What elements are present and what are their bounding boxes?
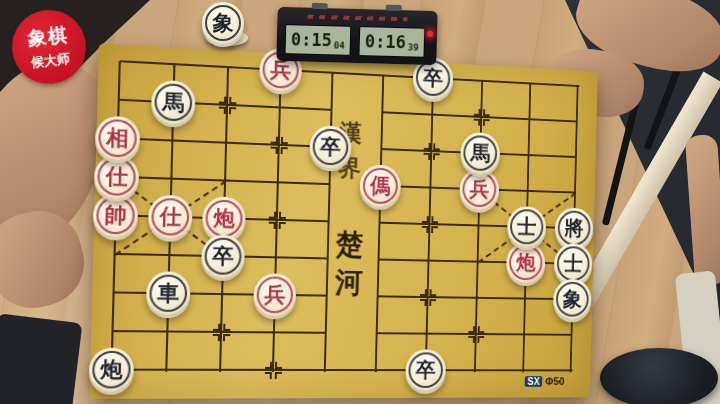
position-marker [269, 211, 287, 229]
chess-clock[interactable]: 0:15 04 0:16 39 [276, 7, 437, 65]
piece-仕[interactable]: 仕 [94, 154, 140, 199]
piece-炮[interactable]: 炮 [88, 348, 134, 392]
position-marker [468, 326, 484, 343]
board[interactable]: 漢界 楚河 SX Φ50 帥仕仕相炮炮傌兵兵兵將士士象馬馬車炮卒卒卒卒 [89, 43, 597, 399]
position-marker [474, 109, 490, 126]
player-left-lap [0, 313, 82, 404]
logo-line1: 象棋 [27, 22, 69, 52]
clock-right-frac: 39 [408, 42, 419, 52]
clock-display-left: 0:15 04 [285, 24, 352, 56]
position-marker [423, 143, 440, 160]
position-marker [213, 324, 231, 342]
logo-line2: 候大师 [30, 50, 71, 72]
board-brand-badge: SX [525, 376, 543, 387]
piece-兵[interactable]: 兵 [253, 273, 296, 316]
position-marker [265, 362, 283, 379]
board-size-text: Φ50 [545, 375, 565, 387]
position-marker [219, 96, 237, 114]
board-size-label: SX Φ50 [525, 375, 565, 387]
piece-帥[interactable]: 帥 [93, 193, 139, 238]
clock-active-led [427, 31, 433, 37]
piece-卒[interactable]: 卒 [405, 349, 446, 391]
piece-炮[interactable]: 炮 [506, 242, 546, 284]
position-marker [420, 289, 437, 306]
clock-left-time: 0:15 [291, 29, 332, 50]
clock-left-frac: 04 [334, 40, 345, 50]
position-marker [422, 216, 439, 233]
piece-士[interactable]: 士 [507, 206, 547, 248]
clock-button-left[interactable] [312, 3, 328, 9]
piece-馬[interactable]: 馬 [460, 132, 500, 175]
clock-button-right[interactable] [386, 5, 402, 11]
captured-piece-象: 象 [202, 2, 244, 44]
clock-display-right: 0:16 39 [358, 26, 425, 58]
clock-label-print [307, 15, 407, 22]
piece-象[interactable]: 象 [553, 279, 592, 320]
grid-file-line [377, 295, 573, 300]
piece-卒[interactable]: 卒 [201, 234, 245, 278]
grid-rank-line [324, 73, 334, 372]
video-frame: 漢界 楚河 SX Φ50 帥仕仕相炮炮傌兵兵兵將士士象馬馬車炮卒卒卒卒 象 0:… [0, 0, 720, 404]
piece-仕[interactable]: 仕 [148, 194, 193, 239]
piece-車[interactable]: 車 [146, 271, 191, 315]
piece-相[interactable]: 相 [95, 115, 141, 161]
river-text-chuhe: 楚河 [332, 225, 367, 301]
position-marker [271, 136, 289, 154]
piece-兵[interactable]: 兵 [459, 168, 499, 210]
piece-bowl [600, 348, 718, 404]
piece-卒[interactable]: 卒 [309, 125, 352, 169]
clock-right-time: 0:16 [365, 31, 406, 52]
piece-馬[interactable]: 馬 [151, 80, 196, 125]
grid-file-line [111, 369, 572, 372]
piece-傌[interactable]: 傌 [359, 164, 401, 207]
